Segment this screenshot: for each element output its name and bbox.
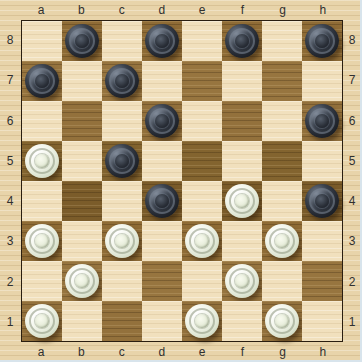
rank-label-2: 2 [343, 262, 361, 302]
rank-label-6: 6 [343, 101, 361, 141]
white-man[interactable] [265, 304, 299, 338]
square-c6[interactable] [102, 101, 142, 141]
square-g6[interactable] [262, 101, 302, 141]
square-b2[interactable] [62, 261, 102, 301]
square-g8[interactable] [262, 21, 302, 61]
square-c4[interactable] [102, 181, 142, 221]
square-c2[interactable] [102, 261, 142, 301]
square-e8[interactable] [182, 21, 222, 61]
square-h7[interactable] [302, 61, 342, 101]
file-label-a: a [21, 0, 61, 19]
rank-label-5: 5 [343, 141, 361, 181]
rank-label-4: 4 [343, 181, 361, 221]
square-f5[interactable] [222, 141, 262, 181]
black-man[interactable] [305, 104, 339, 138]
square-h5[interactable] [302, 141, 342, 181]
square-b4[interactable] [62, 181, 102, 221]
white-man[interactable] [25, 144, 59, 178]
square-c1[interactable] [102, 301, 142, 341]
square-h4[interactable] [302, 181, 342, 221]
white-man[interactable] [225, 184, 259, 218]
file-label-d: d [142, 0, 182, 19]
square-g2[interactable] [262, 261, 302, 301]
white-man[interactable] [65, 264, 99, 298]
square-d5[interactable] [142, 141, 182, 181]
black-man[interactable] [305, 184, 339, 218]
rank-label-1: 1 [0, 302, 20, 342]
rank-label-8: 8 [0, 20, 20, 60]
square-c8[interactable] [102, 21, 142, 61]
square-a8[interactable] [22, 21, 62, 61]
square-a4[interactable] [22, 181, 62, 221]
square-b5[interactable] [62, 141, 102, 181]
square-h3[interactable] [302, 221, 342, 261]
square-d4[interactable] [142, 181, 182, 221]
file-label-h: h [303, 342, 343, 361]
file-label-b: b [61, 0, 101, 19]
black-man[interactable] [225, 24, 259, 58]
rank-label-4: 4 [0, 181, 20, 221]
square-d2[interactable] [142, 261, 182, 301]
file-label-a: a [21, 342, 61, 361]
file-label-d: d [142, 342, 182, 361]
square-e3[interactable] [182, 221, 222, 261]
square-d8[interactable] [142, 21, 182, 61]
rank-label-3: 3 [343, 221, 361, 261]
square-a1[interactable] [22, 301, 62, 341]
white-man[interactable] [105, 224, 139, 258]
rank-label-7: 7 [0, 60, 20, 100]
square-h6[interactable] [302, 101, 342, 141]
rank-label-3: 3 [0, 221, 20, 261]
square-a2[interactable] [22, 261, 62, 301]
square-c3[interactable] [102, 221, 142, 261]
square-f8[interactable] [222, 21, 262, 61]
white-man[interactable] [25, 304, 59, 338]
square-b1[interactable] [62, 301, 102, 341]
square-f7[interactable] [222, 61, 262, 101]
rank-label-1: 1 [343, 302, 361, 342]
square-b3[interactable] [62, 221, 102, 261]
rank-label-7: 7 [343, 60, 361, 100]
rank-labels-right: 87654321 [343, 20, 361, 342]
square-b6[interactable] [62, 101, 102, 141]
black-man[interactable] [145, 184, 179, 218]
square-a3[interactable] [22, 221, 62, 261]
black-man[interactable] [105, 144, 139, 178]
file-label-e: e [182, 0, 222, 19]
square-e6[interactable] [182, 101, 222, 141]
square-a6[interactable] [22, 101, 62, 141]
file-label-b: b [61, 342, 101, 361]
white-man[interactable] [265, 224, 299, 258]
square-f3[interactable] [222, 221, 262, 261]
black-man[interactable] [25, 64, 59, 98]
square-f1[interactable] [222, 301, 262, 341]
file-label-e: e [182, 342, 222, 361]
square-h1[interactable] [302, 301, 342, 341]
black-man[interactable] [145, 104, 179, 138]
rank-label-8: 8 [343, 20, 361, 60]
square-a5[interactable] [22, 141, 62, 181]
square-g1[interactable] [262, 301, 302, 341]
square-f2[interactable] [222, 261, 262, 301]
file-label-c: c [102, 0, 142, 19]
square-g4[interactable] [262, 181, 302, 221]
square-d7[interactable] [142, 61, 182, 101]
file-labels-top: abcdefgh [21, 0, 343, 19]
file-label-f: f [222, 0, 262, 19]
square-h2[interactable] [302, 261, 342, 301]
file-label-c: c [102, 342, 142, 361]
square-e2[interactable] [182, 261, 222, 301]
board [21, 20, 343, 342]
file-labels-bottom: abcdefgh [21, 342, 343, 361]
black-man[interactable] [145, 24, 179, 58]
square-f4[interactable] [222, 181, 262, 221]
square-c7[interactable] [102, 61, 142, 101]
square-e5[interactable] [182, 141, 222, 181]
black-man[interactable] [305, 24, 339, 58]
square-e1[interactable] [182, 301, 222, 341]
white-man[interactable] [225, 264, 259, 298]
rank-label-5: 5 [0, 141, 20, 181]
file-label-g: g [263, 0, 303, 19]
white-man[interactable] [25, 224, 59, 258]
white-man[interactable] [185, 304, 219, 338]
square-h8[interactable] [302, 21, 342, 61]
square-b7[interactable] [62, 61, 102, 101]
square-e4[interactable] [182, 181, 222, 221]
square-g5[interactable] [262, 141, 302, 181]
square-c5[interactable] [102, 141, 142, 181]
file-label-g: g [263, 342, 303, 361]
square-g3[interactable] [262, 221, 302, 261]
rank-label-2: 2 [0, 262, 20, 302]
rank-label-6: 6 [0, 101, 20, 141]
square-g7[interactable] [262, 61, 302, 101]
square-d1[interactable] [142, 301, 182, 341]
square-d6[interactable] [142, 101, 182, 141]
square-b8[interactable] [62, 21, 102, 61]
black-man[interactable] [105, 64, 139, 98]
white-man[interactable] [185, 224, 219, 258]
square-d3[interactable] [142, 221, 182, 261]
square-e7[interactable] [182, 61, 222, 101]
file-label-f: f [222, 342, 262, 361]
file-label-h: h [303, 0, 343, 19]
square-a7[interactable] [22, 61, 62, 101]
black-man[interactable] [65, 24, 99, 58]
square-f6[interactable] [222, 101, 262, 141]
rank-labels-left: 87654321 [0, 20, 20, 342]
checkers-board-frame: abcdefgh 87654321 87654321 abcdefgh [0, 0, 362, 362]
